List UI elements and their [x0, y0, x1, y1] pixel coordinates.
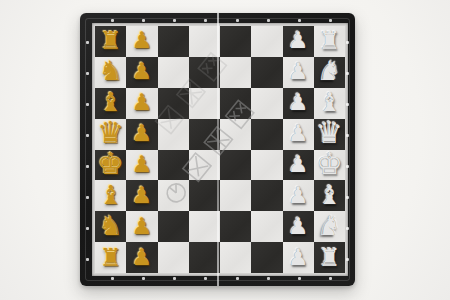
square-a1[interactable]: ♜: [95, 26, 126, 57]
square-f7[interactable]: ♟: [283, 180, 314, 211]
square-f6[interactable]: [251, 180, 282, 211]
gold-pawn[interactable]: ♟: [132, 153, 153, 176]
silver-rook[interactable]: ♜: [318, 28, 340, 53]
square-e2[interactable]: ♟: [126, 150, 157, 181]
square-e7[interactable]: ♟: [283, 150, 314, 181]
rank-tick-right: [346, 41, 349, 44]
rank-tick-left: [86, 72, 89, 75]
silver-pawn[interactable]: ♟: [288, 29, 309, 52]
square-h1[interactable]: ♜: [95, 242, 126, 273]
gold-knight[interactable]: ♞: [99, 58, 123, 85]
square-f3[interactable]: [158, 180, 189, 211]
square-g5[interactable]: [220, 211, 251, 242]
file-tick-top: [173, 19, 176, 22]
square-a3[interactable]: [158, 26, 189, 57]
square-a5[interactable]: [220, 26, 251, 57]
square-c7[interactable]: ♟: [283, 88, 314, 119]
square-f5[interactable]: [220, 180, 251, 211]
square-c4[interactable]: [189, 88, 220, 119]
square-g6[interactable]: [251, 211, 282, 242]
chess-board: ♜♟♟♜♞♟♟♞♝♟♟♝♛♟♟♛♚♟♟♚♝♟♟♝♞♟♟♞♜♟♟♜: [80, 13, 355, 286]
square-g2[interactable]: ♟: [126, 211, 157, 242]
square-g4[interactable]: [189, 211, 220, 242]
rank-tick-left: [86, 258, 89, 261]
silver-pawn[interactable]: ♟: [288, 60, 309, 83]
rank-tick-right: [346, 165, 349, 168]
file-tick-top: [236, 19, 239, 22]
silver-knight[interactable]: ♞: [317, 58, 341, 85]
square-d4[interactable]: [189, 119, 220, 150]
rank-tick-left: [86, 227, 89, 230]
square-b1[interactable]: ♞: [95, 57, 126, 88]
gold-pawn[interactable]: ♟: [132, 29, 153, 52]
square-d2[interactable]: ♟: [126, 119, 157, 150]
gold-pawn[interactable]: ♟: [132, 60, 153, 83]
gold-bishop[interactable]: ♝: [99, 89, 122, 115]
file-tick-bottom: [298, 277, 301, 280]
file-tick-bottom: [267, 277, 270, 280]
square-h3[interactable]: [158, 242, 189, 273]
file-tick-top: [142, 19, 145, 22]
board-squares: ♜♟♟♜♞♟♟♞♝♟♟♝♛♟♟♛♚♟♟♚♝♟♟♝♞♟♟♞♜♟♟♜: [95, 26, 345, 273]
gold-pawn[interactable]: ♟: [132, 122, 153, 145]
rank-tick-right: [346, 134, 349, 137]
file-tick-bottom: [173, 277, 176, 280]
square-d3[interactable]: [158, 119, 189, 150]
square-e8[interactable]: ♚: [314, 150, 345, 181]
square-g8[interactable]: ♞: [314, 211, 345, 242]
square-h4[interactable]: [189, 242, 220, 273]
gold-bishop[interactable]: ♝: [99, 182, 122, 208]
silver-pawn[interactable]: ♟: [288, 245, 309, 268]
square-a7[interactable]: ♟: [283, 26, 314, 57]
file-tick-top: [267, 19, 270, 22]
file-tick-bottom: [142, 277, 145, 280]
square-b3[interactable]: [158, 57, 189, 88]
square-b2[interactable]: ♟: [126, 57, 157, 88]
square-b8[interactable]: ♞: [314, 57, 345, 88]
rank-tick-right: [346, 258, 349, 261]
square-e6[interactable]: [251, 150, 282, 181]
square-f4[interactable]: [189, 180, 220, 211]
gold-rook[interactable]: ♜: [99, 244, 121, 269]
gold-king[interactable]: ♚: [97, 149, 124, 179]
rank-tick-left: [86, 196, 89, 199]
square-f8[interactable]: ♝: [314, 180, 345, 211]
silver-pawn[interactable]: ♟: [288, 153, 309, 176]
square-h6[interactable]: [251, 242, 282, 273]
square-d5[interactable]: [220, 119, 251, 150]
square-b4[interactable]: [189, 57, 220, 88]
silver-rook[interactable]: ♜: [318, 244, 340, 269]
file-tick-bottom: [111, 277, 114, 280]
silver-pawn[interactable]: ♟: [288, 122, 309, 145]
file-tick-top: [204, 19, 207, 22]
square-b7[interactable]: ♟: [283, 57, 314, 88]
file-tick-bottom: [236, 277, 239, 280]
rank-tick-left: [86, 103, 89, 106]
rank-tick-left: [86, 165, 89, 168]
silver-pawn[interactable]: ♟: [288, 214, 309, 237]
gold-knight[interactable]: ♞: [99, 212, 123, 239]
silver-king[interactable]: ♚: [316, 149, 343, 179]
file-tick-top: [298, 19, 301, 22]
rank-tick-right: [346, 196, 349, 199]
silver-queen[interactable]: ♛: [316, 118, 343, 148]
silver-bishop[interactable]: ♝: [318, 182, 341, 208]
rank-tick-right: [346, 227, 349, 230]
rank-tick-right: [346, 72, 349, 75]
square-c5[interactable]: [220, 88, 251, 119]
square-e4[interactable]: [189, 150, 220, 181]
square-g1[interactable]: ♞: [95, 211, 126, 242]
square-e5[interactable]: [220, 150, 251, 181]
square-h8[interactable]: ♜: [314, 242, 345, 273]
square-c3[interactable]: [158, 88, 189, 119]
rank-tick-right: [346, 103, 349, 106]
square-f1[interactable]: ♝: [95, 180, 126, 211]
silver-knight[interactable]: ♞: [317, 212, 341, 239]
silver-pawn[interactable]: ♟: [288, 91, 309, 114]
file-tick-top: [329, 19, 332, 22]
square-a8[interactable]: ♜: [314, 26, 345, 57]
square-c6[interactable]: [251, 88, 282, 119]
gold-rook[interactable]: ♜: [99, 28, 121, 53]
gold-queen[interactable]: ♛: [97, 118, 124, 148]
square-d6[interactable]: [251, 119, 282, 150]
file-tick-bottom: [204, 277, 207, 280]
square-d7[interactable]: ♟: [283, 119, 314, 150]
square-h7[interactable]: ♟: [283, 242, 314, 273]
square-c2[interactable]: ♟: [126, 88, 157, 119]
gold-pawn[interactable]: ♟: [132, 91, 153, 114]
square-h2[interactable]: ♟: [126, 242, 157, 273]
board-sheet: ♜♟♟♜♞♟♟♞♝♟♟♝♛♟♟♛♚♟♟♚♝♟♟♝♞♟♟♞♜♟♟♜: [92, 23, 348, 276]
photo-background: ♜♟♟♜♞♟♟♞♝♟♟♝♛♟♟♛♚♟♟♚♝♟♟♝♞♟♟♞♜♟♟♜ 摄图网: [0, 0, 450, 300]
rank-tick-left: [86, 41, 89, 44]
square-a6[interactable]: [251, 26, 282, 57]
square-a4[interactable]: [189, 26, 220, 57]
file-tick-bottom: [329, 277, 332, 280]
rank-tick-left: [86, 134, 89, 137]
gold-pawn[interactable]: ♟: [132, 245, 153, 268]
square-e1[interactable]: ♚: [95, 150, 126, 181]
silver-pawn[interactable]: ♟: [288, 183, 309, 206]
file-tick-top: [111, 19, 114, 22]
square-a2[interactable]: ♟: [126, 26, 157, 57]
gold-pawn[interactable]: ♟: [132, 214, 153, 237]
square-g7[interactable]: ♟: [283, 211, 314, 242]
square-e3[interactable]: [158, 150, 189, 181]
square-h5[interactable]: [220, 242, 251, 273]
square-f2[interactable]: ♟: [126, 180, 157, 211]
square-b5[interactable]: [220, 57, 251, 88]
gold-pawn[interactable]: ♟: [132, 183, 153, 206]
square-g3[interactable]: [158, 211, 189, 242]
silver-bishop[interactable]: ♝: [318, 89, 341, 115]
square-b6[interactable]: [251, 57, 282, 88]
